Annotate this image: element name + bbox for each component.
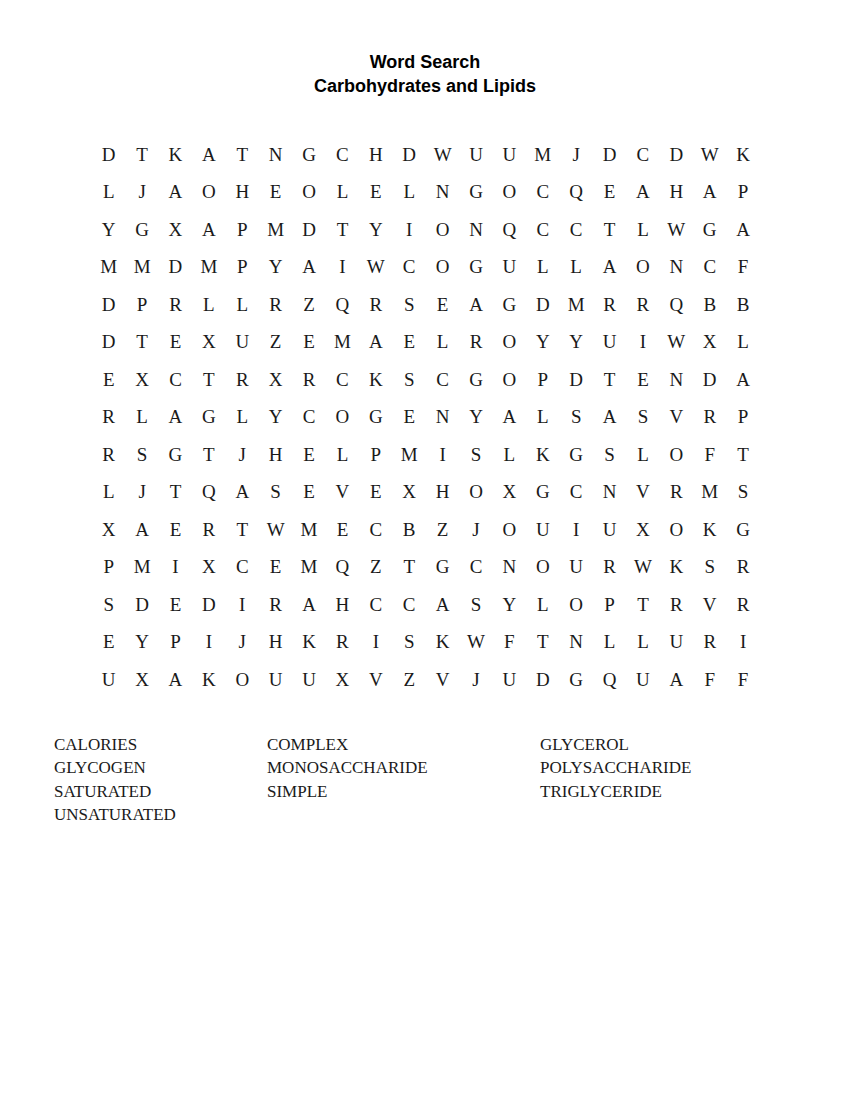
grid-cell: A bbox=[459, 286, 492, 324]
word-list-column-1: COMPLEXMONOSACCHARIDESIMPLE bbox=[267, 733, 540, 827]
grid-cell: O bbox=[459, 474, 492, 512]
grid-cell: X bbox=[192, 549, 225, 587]
grid-cell: L bbox=[559, 249, 592, 287]
grid-cell: D bbox=[693, 361, 726, 399]
grid-cell: K bbox=[693, 511, 726, 549]
grid-cell: R bbox=[626, 286, 659, 324]
grid-cell: T bbox=[159, 474, 192, 512]
grid-cell: Y bbox=[493, 586, 526, 624]
grid-cell: L bbox=[526, 399, 559, 437]
grid-cell: T bbox=[726, 436, 759, 474]
grid-cell: E bbox=[159, 511, 192, 549]
grid-cell: Y bbox=[125, 624, 158, 662]
grid-cell: F bbox=[693, 436, 726, 474]
grid-cell: V bbox=[426, 661, 459, 699]
grid-cell: O bbox=[426, 211, 459, 249]
grid-cell: N bbox=[426, 174, 459, 212]
grid-cell: H bbox=[259, 624, 292, 662]
grid-cell: U bbox=[92, 661, 125, 699]
word-list-item: CALORIES bbox=[54, 733, 267, 756]
grid-cell: E bbox=[292, 324, 325, 362]
grid-cell: C bbox=[526, 211, 559, 249]
grid-cell: W bbox=[426, 136, 459, 174]
grid-cell: G bbox=[459, 174, 492, 212]
grid-cell: D bbox=[159, 249, 192, 287]
grid-cell: R bbox=[693, 624, 726, 662]
grid-cell: J bbox=[459, 511, 492, 549]
grid-cell: V bbox=[326, 474, 359, 512]
grid-cell: P bbox=[226, 211, 259, 249]
word-list-item: MONOSACCHARIDE bbox=[267, 756, 540, 779]
grid-cell: B bbox=[693, 286, 726, 324]
grid-cell: G bbox=[159, 436, 192, 474]
grid-cell: L bbox=[226, 399, 259, 437]
grid-cell: S bbox=[393, 361, 426, 399]
grid-cell: E bbox=[292, 436, 325, 474]
grid-cell: U bbox=[593, 511, 626, 549]
grid-cell: R bbox=[226, 361, 259, 399]
puzzle-subtitle: Carbohydrates and Lipids bbox=[0, 74, 850, 98]
grid-cell: D bbox=[292, 211, 325, 249]
grid-cell: I bbox=[159, 549, 192, 587]
grid-cell: W bbox=[259, 511, 292, 549]
grid-cell: Q bbox=[326, 286, 359, 324]
grid-cell: K bbox=[726, 136, 759, 174]
grid-cell: U bbox=[459, 136, 492, 174]
grid-cell: A bbox=[159, 174, 192, 212]
grid-cell: Z bbox=[259, 324, 292, 362]
grid-cell: V bbox=[359, 661, 392, 699]
grid-cell: V bbox=[626, 474, 659, 512]
grid-cell: Y bbox=[259, 249, 292, 287]
grid-cell: G bbox=[559, 436, 592, 474]
grid-cell: V bbox=[693, 586, 726, 624]
word-list-item: SATURATED bbox=[54, 780, 267, 803]
grid-cell: M bbox=[393, 436, 426, 474]
grid-cell: S bbox=[726, 474, 759, 512]
grid-cell: X bbox=[693, 324, 726, 362]
grid-cell: R bbox=[593, 286, 626, 324]
grid-cell: C bbox=[393, 586, 426, 624]
grid-cell: U bbox=[493, 249, 526, 287]
grid-cell: D bbox=[92, 286, 125, 324]
grid-cell: C bbox=[159, 361, 192, 399]
grid-cell: E bbox=[159, 324, 192, 362]
grid-cell: Q bbox=[493, 211, 526, 249]
grid-cell: N bbox=[259, 136, 292, 174]
grid-cell: L bbox=[593, 624, 626, 662]
grid-cell: P bbox=[726, 174, 759, 212]
grid-cell: K bbox=[192, 661, 225, 699]
grid-cell: M bbox=[292, 511, 325, 549]
grid-cell: U bbox=[593, 324, 626, 362]
grid-cell: O bbox=[292, 174, 325, 212]
grid-cell: U bbox=[493, 136, 526, 174]
puzzle-title-block: Word Search Carbohydrates and Lipids bbox=[0, 50, 850, 98]
grid-cell: R bbox=[660, 474, 693, 512]
grid-cell: J bbox=[125, 474, 158, 512]
grid-cell: A bbox=[292, 249, 325, 287]
grid-cell: S bbox=[693, 549, 726, 587]
grid-cell: U bbox=[626, 661, 659, 699]
grid-cell: O bbox=[426, 249, 459, 287]
grid-cell: R bbox=[660, 586, 693, 624]
grid-cell: T bbox=[192, 436, 225, 474]
grid-cell: C bbox=[459, 549, 492, 587]
grid-cell: C bbox=[359, 511, 392, 549]
grid-cell: C bbox=[292, 399, 325, 437]
grid-cell: D bbox=[393, 136, 426, 174]
grid-cell: I bbox=[426, 436, 459, 474]
grid-cell: U bbox=[259, 661, 292, 699]
grid-cell: M bbox=[259, 211, 292, 249]
grid-cell: Q bbox=[559, 174, 592, 212]
grid-cell: J bbox=[125, 174, 158, 212]
grid-cell: A bbox=[359, 324, 392, 362]
grid-cell: M bbox=[192, 249, 225, 287]
grid-cell: C bbox=[226, 549, 259, 587]
grid-cell: A bbox=[159, 399, 192, 437]
word-list-item: POLYSACCHARIDE bbox=[540, 756, 780, 779]
grid-cell: U bbox=[526, 511, 559, 549]
grid-cell: L bbox=[626, 211, 659, 249]
grid-cell: X bbox=[125, 661, 158, 699]
grid-cell: I bbox=[226, 586, 259, 624]
grid-cell: Q bbox=[660, 286, 693, 324]
word-list-column-0: CALORIESGLYCOGENSATURATEDUNSATURATED bbox=[54, 733, 267, 827]
grid-cell: C bbox=[526, 174, 559, 212]
grid-cell: E bbox=[92, 361, 125, 399]
grid-cell: R bbox=[192, 511, 225, 549]
grid-cell: W bbox=[660, 211, 693, 249]
grid-cell: T bbox=[326, 211, 359, 249]
grid-cell: P bbox=[226, 249, 259, 287]
grid-cell: R bbox=[159, 286, 192, 324]
grid-cell: T bbox=[593, 211, 626, 249]
grid-cell: I bbox=[393, 211, 426, 249]
grid-cell: Q bbox=[192, 474, 225, 512]
grid-cell: G bbox=[359, 399, 392, 437]
grid-cell: P bbox=[125, 286, 158, 324]
grid-cell: O bbox=[493, 361, 526, 399]
grid-cell: I bbox=[559, 511, 592, 549]
grid-cell: Y bbox=[259, 399, 292, 437]
grid-cell: D bbox=[92, 136, 125, 174]
grid-cell: R bbox=[459, 324, 492, 362]
grid-cell: U bbox=[493, 661, 526, 699]
grid-cell: T bbox=[626, 586, 659, 624]
grid-cell: Z bbox=[359, 549, 392, 587]
grid-cell: K bbox=[660, 549, 693, 587]
grid-cell: Y bbox=[92, 211, 125, 249]
grid-cell: A bbox=[726, 211, 759, 249]
grid-cell: D bbox=[526, 661, 559, 699]
grid-cell: X bbox=[326, 661, 359, 699]
word-list-item: GLYCEROL bbox=[540, 733, 780, 756]
grid-cell: I bbox=[326, 249, 359, 287]
grid-cell: O bbox=[226, 661, 259, 699]
grid-cell: D bbox=[593, 136, 626, 174]
grid-cell: N bbox=[493, 549, 526, 587]
grid-cell: G bbox=[459, 249, 492, 287]
grid-cell: R bbox=[259, 586, 292, 624]
grid-cell: L bbox=[326, 436, 359, 474]
word-list-item: UNSATURATED bbox=[54, 803, 267, 826]
grid-cell: M bbox=[125, 549, 158, 587]
grid-cell: C bbox=[559, 474, 592, 512]
grid-cell: Y bbox=[459, 399, 492, 437]
grid-cell: R bbox=[726, 586, 759, 624]
grid-cell: U bbox=[660, 624, 693, 662]
grid-cell: T bbox=[192, 361, 225, 399]
puzzle-title: Word Search bbox=[0, 50, 850, 74]
grid-cell: P bbox=[92, 549, 125, 587]
grid-cell: G bbox=[125, 211, 158, 249]
grid-cell: T bbox=[226, 136, 259, 174]
grid-cell: E bbox=[359, 174, 392, 212]
word-list-item: SIMPLE bbox=[267, 780, 540, 803]
grid-cell: A bbox=[693, 174, 726, 212]
grid-cell: A bbox=[226, 474, 259, 512]
grid-cell: T bbox=[526, 624, 559, 662]
word-list: CALORIESGLYCOGENSATURATEDUNSATURATED COM… bbox=[54, 733, 780, 827]
grid-cell: E bbox=[593, 174, 626, 212]
grid-cell: H bbox=[259, 436, 292, 474]
grid-cell: O bbox=[192, 174, 225, 212]
grid-cell: E bbox=[259, 549, 292, 587]
grid-cell: E bbox=[393, 399, 426, 437]
grid-cell: C bbox=[326, 136, 359, 174]
grid-cell: A bbox=[660, 661, 693, 699]
grid-cell: A bbox=[626, 174, 659, 212]
grid-cell: K bbox=[159, 136, 192, 174]
grid-cell: J bbox=[559, 136, 592, 174]
grid-cell: X bbox=[125, 361, 158, 399]
grid-cell: Y bbox=[526, 324, 559, 362]
grid-cell: C bbox=[326, 361, 359, 399]
grid-cell: R bbox=[292, 361, 325, 399]
grid-cell: I bbox=[192, 624, 225, 662]
grid-cell: E bbox=[92, 624, 125, 662]
grid-cell: X bbox=[259, 361, 292, 399]
grid-cell: L bbox=[393, 174, 426, 212]
grid-cell: W bbox=[660, 324, 693, 362]
grid-cell: X bbox=[493, 474, 526, 512]
grid-cell: L bbox=[493, 436, 526, 474]
grid-cell: R bbox=[92, 436, 125, 474]
grid-cell: N bbox=[426, 399, 459, 437]
grid-cell: H bbox=[226, 174, 259, 212]
grid-cell: X bbox=[393, 474, 426, 512]
grid-cell: O bbox=[326, 399, 359, 437]
grid-cell: M bbox=[92, 249, 125, 287]
grid-cell: L bbox=[526, 586, 559, 624]
word-list-item: TRIGLYCERIDE bbox=[540, 780, 780, 803]
grid-cell: L bbox=[326, 174, 359, 212]
grid-cell: S bbox=[259, 474, 292, 512]
grid-cell: N bbox=[459, 211, 492, 249]
grid-cell: T bbox=[125, 324, 158, 362]
page: Word Search Carbohydrates and Lipids DTK… bbox=[0, 0, 850, 1100]
grid-cell: X bbox=[159, 211, 192, 249]
grid-cell: N bbox=[559, 624, 592, 662]
grid-cell: V bbox=[660, 399, 693, 437]
grid-cell: K bbox=[292, 624, 325, 662]
grid-cell: T bbox=[125, 136, 158, 174]
grid-cell: G bbox=[559, 661, 592, 699]
grid-cell: M bbox=[125, 249, 158, 287]
grid-cell: Z bbox=[426, 511, 459, 549]
grid-cell: S bbox=[626, 399, 659, 437]
grid-cell: D bbox=[526, 286, 559, 324]
grid-cell: F bbox=[693, 661, 726, 699]
grid-cell: U bbox=[226, 324, 259, 362]
grid-cell: O bbox=[660, 436, 693, 474]
grid-cell: P bbox=[593, 586, 626, 624]
grid-cell: L bbox=[125, 399, 158, 437]
word-search-grid: DTKATNGCHDWUUMJDCDWKLJAOHEOLELNGOCQEAHAP… bbox=[92, 136, 760, 699]
grid-cell: H bbox=[660, 174, 693, 212]
grid-cell: A bbox=[593, 249, 626, 287]
grid-cell: I bbox=[626, 324, 659, 362]
grid-cell: R bbox=[259, 286, 292, 324]
grid-cell: A bbox=[426, 586, 459, 624]
grid-cell: A bbox=[159, 661, 192, 699]
grid-cell: G bbox=[292, 136, 325, 174]
grid-cell: S bbox=[125, 436, 158, 474]
grid-cell: A bbox=[292, 586, 325, 624]
grid-cell: M bbox=[559, 286, 592, 324]
grid-cell: E bbox=[359, 474, 392, 512]
grid-cell: L bbox=[192, 286, 225, 324]
grid-cell: W bbox=[626, 549, 659, 587]
grid-cell: U bbox=[559, 549, 592, 587]
grid-cell: M bbox=[693, 474, 726, 512]
grid-cell: C bbox=[426, 361, 459, 399]
grid-cell: D bbox=[559, 361, 592, 399]
grid-cell: W bbox=[693, 136, 726, 174]
grid-cell: S bbox=[559, 399, 592, 437]
grid-cell: A bbox=[593, 399, 626, 437]
grid-cell: E bbox=[259, 174, 292, 212]
grid-cell: S bbox=[593, 436, 626, 474]
grid-cell: C bbox=[693, 249, 726, 287]
grid-cell: T bbox=[393, 549, 426, 587]
grid-cell: W bbox=[459, 624, 492, 662]
grid-cell: K bbox=[526, 436, 559, 474]
grid-cell: A bbox=[125, 511, 158, 549]
grid-cell: O bbox=[660, 511, 693, 549]
grid-cell: C bbox=[359, 586, 392, 624]
grid-cell: H bbox=[326, 586, 359, 624]
grid-cell: O bbox=[493, 324, 526, 362]
grid-cell: L bbox=[226, 286, 259, 324]
grid-cell: S bbox=[393, 624, 426, 662]
grid-cell: X bbox=[192, 324, 225, 362]
grid-cell: E bbox=[626, 361, 659, 399]
grid-cell: G bbox=[192, 399, 225, 437]
grid-cell: R bbox=[593, 549, 626, 587]
grid-cell: G bbox=[426, 549, 459, 587]
grid-cell: G bbox=[526, 474, 559, 512]
grid-cell: O bbox=[493, 174, 526, 212]
grid-cell: O bbox=[559, 586, 592, 624]
grid-cell: Z bbox=[292, 286, 325, 324]
grid-cell: W bbox=[359, 249, 392, 287]
grid-cell: R bbox=[326, 624, 359, 662]
grid-cell: J bbox=[226, 436, 259, 474]
grid-cell: H bbox=[359, 136, 392, 174]
grid-cell: P bbox=[359, 436, 392, 474]
grid-cell: Q bbox=[326, 549, 359, 587]
grid-cell: D bbox=[192, 586, 225, 624]
grid-cell: J bbox=[459, 661, 492, 699]
grid-cell: I bbox=[726, 624, 759, 662]
grid-cell: P bbox=[726, 399, 759, 437]
grid-cell: L bbox=[726, 324, 759, 362]
grid-cell: M bbox=[292, 549, 325, 587]
grid-cell: Q bbox=[593, 661, 626, 699]
grid-cell: C bbox=[559, 211, 592, 249]
grid-cell: C bbox=[626, 136, 659, 174]
word-list-column-2: GLYCEROLPOLYSACCHARIDETRIGLYCERIDE bbox=[540, 733, 780, 827]
grid-cell: L bbox=[92, 174, 125, 212]
grid-cell: Z bbox=[393, 661, 426, 699]
grid-cell: L bbox=[92, 474, 125, 512]
grid-cell: L bbox=[426, 324, 459, 362]
grid-cell: A bbox=[192, 136, 225, 174]
grid-cell: P bbox=[526, 361, 559, 399]
grid-cell: R bbox=[92, 399, 125, 437]
grid-cell: L bbox=[526, 249, 559, 287]
grid-cell: A bbox=[192, 211, 225, 249]
grid-cell: B bbox=[726, 286, 759, 324]
grid-cell: F bbox=[726, 661, 759, 699]
grid-cell: L bbox=[626, 624, 659, 662]
grid-cell: E bbox=[426, 286, 459, 324]
grid-cell: P bbox=[159, 624, 192, 662]
grid-cell: O bbox=[626, 249, 659, 287]
grid-cell: A bbox=[726, 361, 759, 399]
grid-cell: O bbox=[493, 511, 526, 549]
grid-cell: K bbox=[359, 361, 392, 399]
grid-cell: G bbox=[459, 361, 492, 399]
grid-cell: G bbox=[726, 511, 759, 549]
grid-cell: G bbox=[493, 286, 526, 324]
grid-cell: H bbox=[426, 474, 459, 512]
word-list-item: GLYCOGEN bbox=[54, 756, 267, 779]
grid-cell: N bbox=[593, 474, 626, 512]
grid-cell: L bbox=[626, 436, 659, 474]
grid-cell: D bbox=[92, 324, 125, 362]
grid-cell: Y bbox=[559, 324, 592, 362]
grid-cell: E bbox=[292, 474, 325, 512]
grid-cell: R bbox=[359, 286, 392, 324]
grid-cell: S bbox=[459, 586, 492, 624]
grid-cell: O bbox=[526, 549, 559, 587]
grid-cell: E bbox=[326, 511, 359, 549]
grid-cell: S bbox=[92, 586, 125, 624]
grid-cell: E bbox=[159, 586, 192, 624]
grid-cell: B bbox=[393, 511, 426, 549]
grid-cell: N bbox=[660, 249, 693, 287]
grid-cell: F bbox=[493, 624, 526, 662]
grid-cell: C bbox=[393, 249, 426, 287]
grid-cell: G bbox=[693, 211, 726, 249]
grid-cell: S bbox=[459, 436, 492, 474]
grid-cell: F bbox=[726, 249, 759, 287]
grid-cell: E bbox=[393, 324, 426, 362]
